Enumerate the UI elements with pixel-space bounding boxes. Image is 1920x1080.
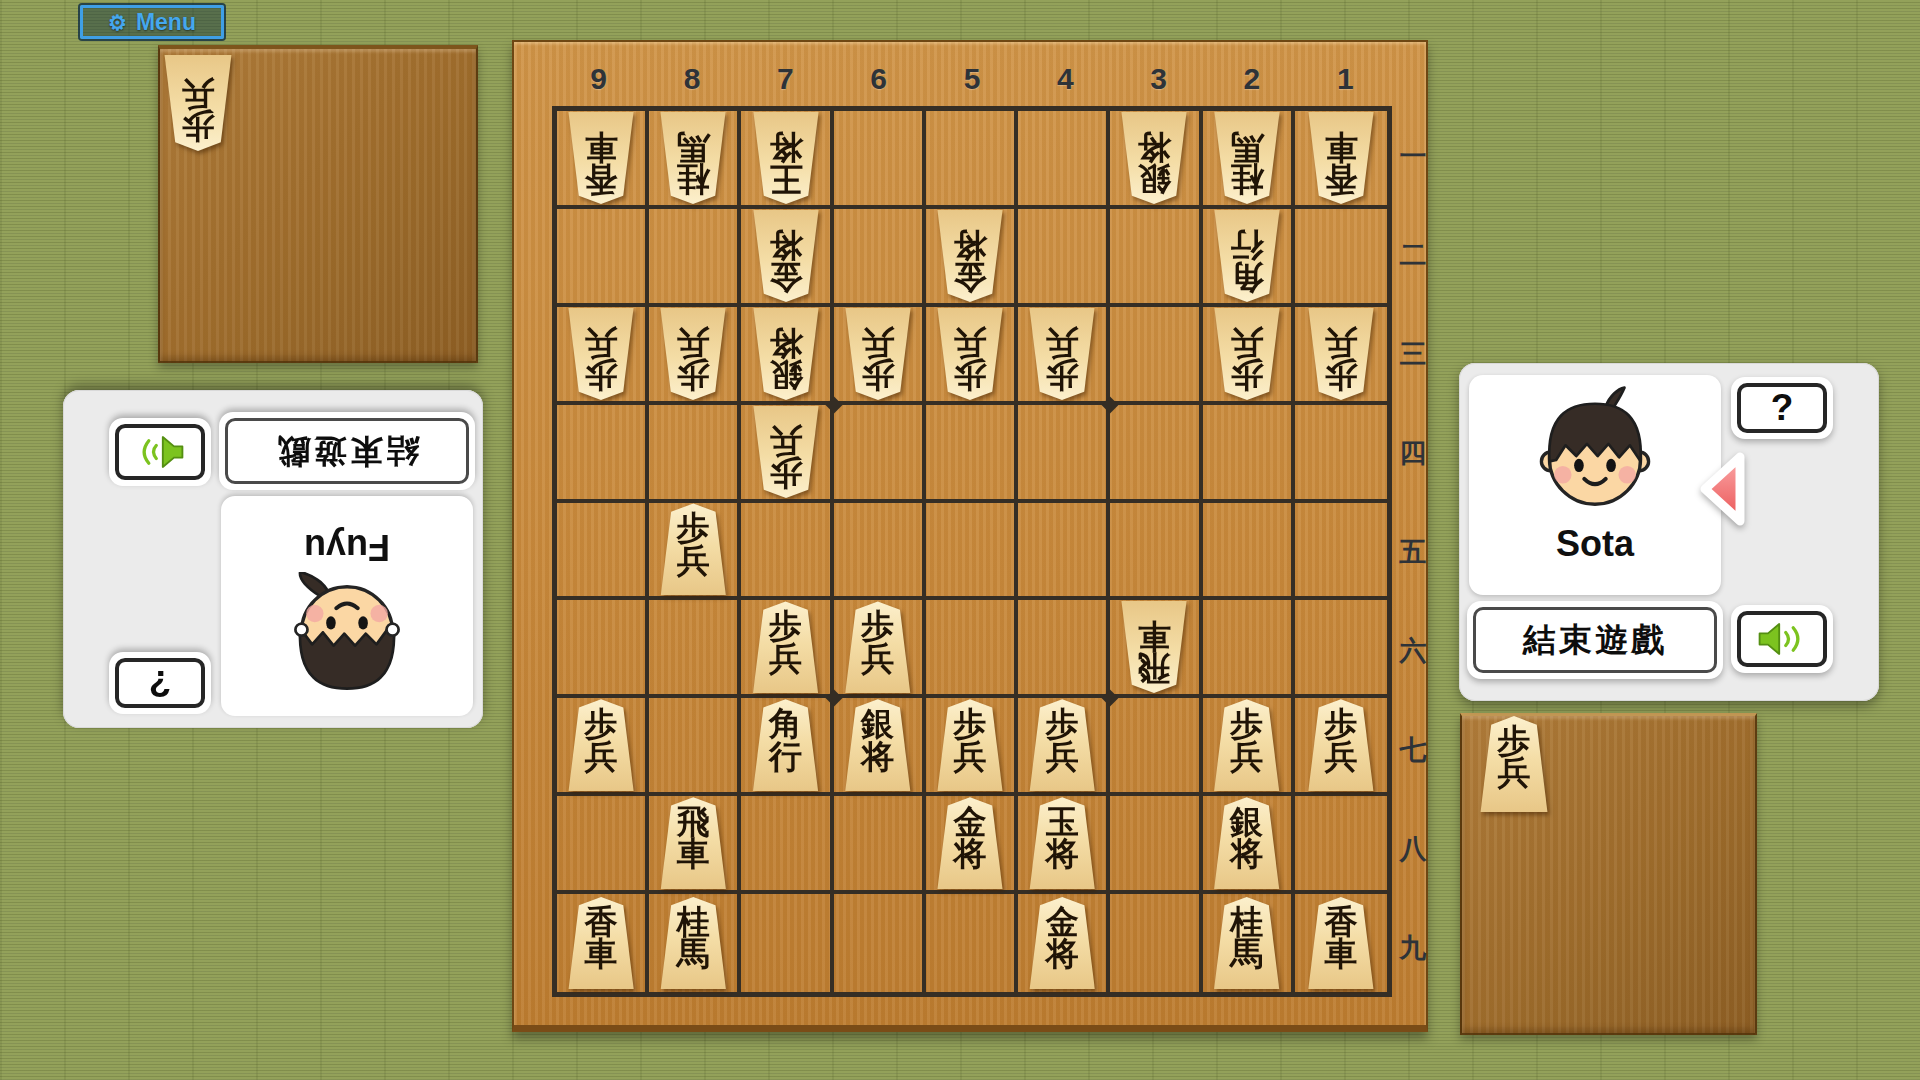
shogi-piece-桂馬-sente[interactable]: 桂馬 (1210, 897, 1284, 989)
board-cell-9一[interactable]: 香車 (557, 111, 649, 209)
avatar-sota (1528, 385, 1662, 519)
board-cell-4四[interactable] (1018, 405, 1110, 503)
board-cell-3五[interactable] (1110, 503, 1202, 601)
file-label-2: 2 (1205, 62, 1298, 96)
shogi-piece-金将-sente[interactable]: 金将 (933, 797, 1007, 889)
shogi-piece-桂馬-gote[interactable]: 桂馬 (656, 112, 730, 204)
shogi-piece-銀将-sente[interactable]: 銀将 (1210, 797, 1284, 889)
shogi-piece-金将-gote[interactable]: 金将 (749, 210, 823, 302)
shogi-piece-王将-gote[interactable]: 王将 (749, 112, 823, 204)
shogi-piece-銀将-gote[interactable]: 銀将 (1117, 112, 1191, 204)
rank-label-3: 三 (1398, 304, 1428, 403)
board-cell-1八[interactable] (1295, 796, 1387, 894)
player-card-fuyu: Fuyu (221, 496, 473, 716)
board-cell-5六[interactable] (926, 600, 1018, 698)
board-cell-5四[interactable] (926, 405, 1018, 503)
player-name-sota: Sota (1556, 523, 1634, 565)
board-cell-2四[interactable] (1203, 405, 1295, 503)
board-cell-9七[interactable]: 歩兵 (557, 698, 649, 796)
player-card-sota: Sota (1469, 375, 1721, 595)
board-cell-7七[interactable]: 角行 (741, 698, 833, 796)
board-cell-6六[interactable]: 歩兵 (834, 600, 926, 698)
board-cell-6五[interactable] (834, 503, 926, 601)
help-button-gote[interactable]: ? (109, 652, 211, 714)
board-cell-4一[interactable] (1018, 111, 1110, 209)
gear-icon: ⚙ (108, 12, 127, 33)
menu-button[interactable]: ⚙ Menu (80, 5, 224, 39)
board-cell-9三[interactable]: 歩兵 (557, 307, 649, 405)
board-cell-1六[interactable] (1295, 600, 1387, 698)
shogi-piece-玉将-sente[interactable]: 玉将 (1025, 797, 1099, 889)
file-label-7: 7 (739, 62, 832, 96)
board-cell-2七[interactable]: 歩兵 (1203, 698, 1295, 796)
shogi-piece-角行-sente[interactable]: 角行 (749, 699, 823, 791)
shogi-piece-香車-sente[interactable]: 香車 (564, 897, 638, 989)
board-cell-6四[interactable] (834, 405, 926, 503)
board-cell-6八[interactable] (834, 796, 926, 894)
board-cell-7三[interactable]: 銀将 (741, 307, 833, 405)
board-cell-9五[interactable] (557, 503, 649, 601)
rank-label-8: 八 (1398, 799, 1428, 898)
shogi-piece-金将-sente[interactable]: 金将 (1025, 897, 1099, 989)
board-cell-8六[interactable] (649, 600, 741, 698)
rank-label-5: 五 (1398, 502, 1428, 601)
question-mark-icon: ? (1737, 383, 1827, 433)
board-cell-1九[interactable]: 香車 (1295, 894, 1387, 992)
shogi-app: { "app": { "menu": { "label": "Menu", "i… (0, 0, 1920, 1080)
captured-tray-gote: 歩兵 (158, 45, 478, 363)
file-label-5: 5 (925, 62, 1018, 96)
shogi-piece-香車-sente[interactable]: 香車 (1304, 897, 1378, 989)
menu-label: Menu (136, 9, 196, 36)
file-label-6: 6 (832, 62, 925, 96)
shogi-piece-香車-gote[interactable]: 香車 (564, 112, 638, 204)
board-cell-2五[interactable] (1203, 503, 1295, 601)
board-cell-6三[interactable]: 歩兵 (834, 307, 926, 405)
board-cell-4七[interactable]: 歩兵 (1018, 698, 1110, 796)
board-cell-8一[interactable]: 桂馬 (649, 111, 741, 209)
board-cell-4六[interactable] (1018, 600, 1110, 698)
player-panel-sente: Sota ? 結束遊戲 (1459, 363, 1879, 701)
board-cell-9二[interactable] (557, 209, 649, 307)
board-cell-9六[interactable] (557, 600, 649, 698)
file-label-4: 4 (1019, 62, 1112, 96)
board-cell-6七[interactable]: 銀将 (834, 698, 926, 796)
shogi-piece-歩兵-gote[interactable]: 歩兵 (1304, 308, 1378, 400)
board-cell-2二[interactable]: 角行 (1203, 209, 1295, 307)
shogi-board: 987654321 一二三四五六七八九 香車桂馬王将銀将桂馬香車金将金将角行歩兵… (512, 40, 1428, 1032)
file-label-1: 1 (1299, 62, 1392, 96)
board-cell-4五[interactable] (1018, 503, 1110, 601)
board-cell-1三[interactable]: 歩兵 (1295, 307, 1387, 405)
board-cell-7八[interactable] (741, 796, 833, 894)
board-cell-3九[interactable] (1110, 894, 1202, 992)
shogi-piece-金将-gote[interactable]: 金将 (933, 210, 1007, 302)
board-cell-6九[interactable] (834, 894, 926, 992)
speaker-button-sente[interactable] (1731, 605, 1833, 673)
speaker-button-gote[interactable] (109, 418, 211, 486)
shogi-piece-歩兵-gote[interactable]: 歩兵 (841, 308, 915, 400)
rank-label-9: 九 (1398, 898, 1428, 997)
board-cell-3八[interactable] (1110, 796, 1202, 894)
board-cell-5七[interactable]: 歩兵 (926, 698, 1018, 796)
board-cell-8八[interactable]: 飛車 (649, 796, 741, 894)
file-label-3: 3 (1112, 62, 1205, 96)
shogi-piece-歩兵-sente[interactable]: 歩兵 (1210, 699, 1284, 791)
board-cell-7一[interactable]: 王将 (741, 111, 833, 209)
board-cell-2八[interactable]: 銀将 (1203, 796, 1295, 894)
end-game-label: 結束遊戲 (225, 418, 469, 484)
board-cell-3四[interactable] (1110, 405, 1202, 503)
rank-label-6: 六 (1398, 601, 1428, 700)
rank-label-4: 四 (1398, 403, 1428, 502)
board-cell-5一[interactable] (926, 111, 1018, 209)
board-cell-7九[interactable] (741, 894, 833, 992)
board-cell-6一[interactable] (834, 111, 926, 209)
shogi-piece-角行-gote[interactable]: 角行 (1210, 210, 1284, 302)
board-cell-5三[interactable]: 歩兵 (926, 307, 1018, 405)
shogi-piece-歩兵-sente[interactable]: 歩兵 (1304, 699, 1378, 791)
board-cell-8二[interactable] (649, 209, 741, 307)
shogi-piece-歩兵-gote[interactable]: 歩兵 (1210, 308, 1284, 400)
board-cell-9四[interactable] (557, 405, 649, 503)
board-cell-5八[interactable]: 金将 (926, 796, 1018, 894)
shogi-piece-歩兵-gote[interactable]: 歩兵 (1025, 308, 1099, 400)
shogi-piece-歩兵-sente[interactable]: 歩兵 (749, 601, 823, 693)
board-cell-8七[interactable] (649, 698, 741, 796)
board-cell-4八[interactable]: 玉将 (1018, 796, 1110, 894)
shogi-piece-銀将-sente[interactable]: 銀将 (841, 699, 915, 791)
turn-indicator-arrow (1697, 449, 1747, 529)
player-panel-gote: Fuyu ? 結束遊戲 (63, 390, 483, 728)
end-game-button-sente[interactable]: 結束遊戲 (1467, 601, 1723, 679)
shogi-piece-歩兵-sente[interactable]: 歩兵 (1476, 716, 1552, 812)
shogi-piece-銀将-gote[interactable]: 銀将 (749, 308, 823, 400)
board-grid: 香車桂馬王将銀将桂馬香車金将金将角行歩兵歩兵銀将歩兵歩兵歩兵歩兵歩兵歩兵歩兵歩兵… (552, 106, 1392, 997)
file-label-9: 9 (552, 62, 645, 96)
rank-label-2: 二 (1398, 205, 1428, 304)
file-label-8: 8 (645, 62, 738, 96)
board-cell-9八[interactable] (557, 796, 649, 894)
board-cell-7二[interactable]: 金将 (741, 209, 833, 307)
board-cell-4三[interactable]: 歩兵 (1018, 307, 1110, 405)
board-cell-8五[interactable]: 歩兵 (649, 503, 741, 601)
shogi-piece-桂馬-gote[interactable]: 桂馬 (1210, 112, 1284, 204)
board-cell-5五[interactable] (926, 503, 1018, 601)
board-cell-4九[interactable]: 金将 (1018, 894, 1110, 992)
board-cell-3七[interactable] (1110, 698, 1202, 796)
board-cell-4二[interactable] (1018, 209, 1110, 307)
board-cell-3三[interactable] (1110, 307, 1202, 405)
shogi-piece-歩兵-gote[interactable]: 歩兵 (564, 308, 638, 400)
board-cell-2六[interactable] (1203, 600, 1295, 698)
board-cell-8四[interactable] (649, 405, 741, 503)
board-cell-8九[interactable]: 桂馬 (649, 894, 741, 992)
speaker-icon (1737, 611, 1827, 667)
board-cell-1四[interactable] (1295, 405, 1387, 503)
board-cell-2一[interactable]: 桂馬 (1203, 111, 1295, 209)
board-cell-1七[interactable]: 歩兵 (1295, 698, 1387, 796)
board-cell-3六[interactable]: 飛車 (1110, 600, 1202, 698)
board-cell-9九[interactable]: 香車 (557, 894, 649, 992)
speaker-icon (115, 424, 205, 480)
shogi-piece-歩兵-sente[interactable]: 歩兵 (841, 601, 915, 693)
shogi-piece-歩兵-gote[interactable]: 歩兵 (656, 308, 730, 400)
board-cell-7四[interactable]: 歩兵 (741, 405, 833, 503)
board-cell-3二[interactable] (1110, 209, 1202, 307)
shogi-piece-飛車-gote[interactable]: 飛車 (1117, 601, 1191, 693)
shogi-piece-歩兵-sente[interactable]: 歩兵 (656, 503, 730, 595)
shogi-piece-香車-gote[interactable]: 香車 (1304, 112, 1378, 204)
avatar-fuyu (280, 572, 414, 706)
board-cell-7五[interactable] (741, 503, 833, 601)
help-button-sente[interactable]: ? (1731, 377, 1833, 439)
file-labels: 987654321 (552, 56, 1392, 102)
board-cell-6二[interactable] (834, 209, 926, 307)
captured-tray-sente: 歩兵 (1460, 713, 1757, 1035)
shogi-piece-歩兵-gote[interactable]: 歩兵 (160, 55, 236, 151)
shogi-piece-桂馬-sente[interactable]: 桂馬 (656, 897, 730, 989)
shogi-piece-歩兵-gote[interactable]: 歩兵 (933, 308, 1007, 400)
question-mark-icon: ? (115, 658, 205, 708)
board-cell-1一[interactable]: 香車 (1295, 111, 1387, 209)
rank-label-1: 一 (1398, 106, 1428, 205)
shogi-piece-歩兵-sente[interactable]: 歩兵 (1025, 699, 1099, 791)
board-cell-2九[interactable]: 桂馬 (1203, 894, 1295, 992)
board-cell-1二[interactable] (1295, 209, 1387, 307)
shogi-piece-歩兵-sente[interactable]: 歩兵 (933, 699, 1007, 791)
rank-label-7: 七 (1398, 700, 1428, 799)
shogi-piece-歩兵-sente[interactable]: 歩兵 (564, 699, 638, 791)
board-cell-2三[interactable]: 歩兵 (1203, 307, 1295, 405)
board-cell-8三[interactable]: 歩兵 (649, 307, 741, 405)
board-cell-1五[interactable] (1295, 503, 1387, 601)
board-cell-5二[interactable]: 金将 (926, 209, 1018, 307)
board-cell-5九[interactable] (926, 894, 1018, 992)
end-game-button-gote[interactable]: 結束遊戲 (219, 412, 475, 490)
shogi-piece-飛車-sente[interactable]: 飛車 (656, 797, 730, 889)
board-cell-7六[interactable]: 歩兵 (741, 600, 833, 698)
end-game-label: 結束遊戲 (1473, 607, 1717, 673)
board-cell-3一[interactable]: 銀将 (1110, 111, 1202, 209)
rank-labels: 一二三四五六七八九 (1398, 106, 1428, 997)
player-name-fuyu: Fuyu (304, 526, 390, 568)
shogi-piece-歩兵-gote[interactable]: 歩兵 (749, 406, 823, 498)
